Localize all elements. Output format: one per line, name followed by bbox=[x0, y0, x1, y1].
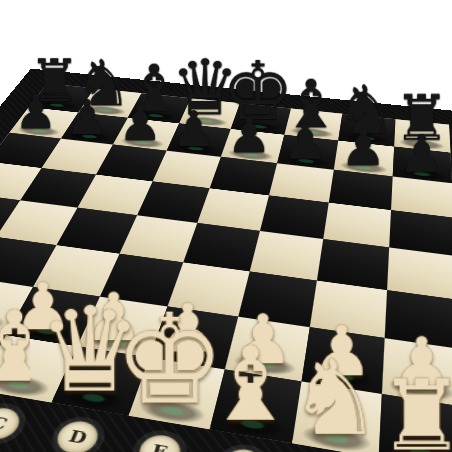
perspective-scene: ♜♞♝♛♚♝♞♜♟♟♟♟♟♟♟♟♟♟♟♟♟♟♟♟♜♞♝♛♚♝♞♜ABCDEFGH… bbox=[0, 0, 452, 452]
piece-black-pawn-d7[interactable]: ♟ bbox=[172, 106, 216, 153]
chess-set-photo: ♜♞♝♛♚♝♞♜♟♟♟♟♟♟♟♟♟♟♟♟♟♟♟♟♜♞♝♛♚♝♞♜ABCDEFGH… bbox=[0, 0, 452, 452]
file-label-c: C bbox=[0, 405, 25, 442]
piece-black-pawn-b7[interactable]: ♟ bbox=[66, 95, 109, 141]
square-f5[interactable] bbox=[259, 195, 328, 239]
square-e4[interactable] bbox=[183, 223, 259, 271]
piece-black-pawn-a7[interactable]: ♟ bbox=[14, 89, 57, 134]
square-e5[interactable] bbox=[197, 188, 268, 231]
square-g1[interactable]: ♞ bbox=[292, 381, 381, 452]
file-label-e: E bbox=[135, 432, 184, 452]
square-h5[interactable] bbox=[389, 210, 452, 256]
file-label-d: D bbox=[52, 419, 103, 452]
board-frame: ♜♞♝♛♚♝♞♜♟♟♟♟♟♟♟♟♟♟♟♟♟♟♟♟♜♞♝♛♚♝♞♜ABCDEFGH… bbox=[0, 69, 452, 452]
piece-white-rook-h1[interactable]: ♜ bbox=[378, 369, 452, 452]
square-h1[interactable]: ♜ bbox=[378, 393, 452, 452]
piece-black-pawn-f7[interactable]: ♟ bbox=[283, 117, 328, 165]
piece-white-bishop-f1[interactable]: ♝ bbox=[205, 335, 297, 433]
piece-black-pawn-g7[interactable]: ♟ bbox=[340, 123, 386, 171]
square-h7[interactable]: ♟ bbox=[392, 146, 452, 183]
square-h6[interactable] bbox=[391, 176, 452, 217]
piece-white-knight-g1[interactable]: ♞ bbox=[288, 348, 382, 447]
square-f6[interactable] bbox=[269, 163, 334, 202]
square-e7[interactable]: ♟ bbox=[221, 129, 284, 163]
square-f7[interactable]: ♟ bbox=[277, 134, 339, 169]
piece-black-pawn-h7[interactable]: ♟ bbox=[399, 129, 445, 178]
board-grid: ♜♞♝♛♚♝♞♜♟♟♟♟♟♟♟♟♟♟♟♟♟♟♟♟♜♞♝♛♚♝♞♜ABCDEFGH… bbox=[0, 69, 452, 452]
file-label-f: F bbox=[220, 447, 267, 452]
piece-black-pawn-e7[interactable]: ♟ bbox=[227, 111, 272, 158]
square-h4[interactable] bbox=[387, 247, 452, 299]
piece-black-pawn-c7[interactable]: ♟ bbox=[118, 100, 162, 146]
square-g7[interactable]: ♟ bbox=[334, 140, 394, 176]
chess-board: ♜♞♝♛♚♝♞♜♟♟♟♟♟♟♟♟♟♟♟♟♟♟♟♟♜♞♝♛♚♝♞♜ABCDEFGH… bbox=[0, 69, 452, 452]
